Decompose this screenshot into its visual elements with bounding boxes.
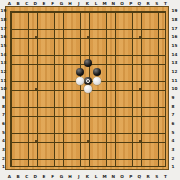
white-stone-L11 (93, 77, 101, 85)
column-label-T: T (164, 174, 167, 179)
column-label-P: P (129, 1, 132, 6)
row-label-10: 10 (172, 86, 177, 91)
column-label-E: E (43, 1, 46, 6)
row-label-19: 19 (172, 8, 177, 13)
row-label-4: 4 (172, 138, 177, 143)
column-label-M: M (103, 174, 107, 179)
row-label-8: 8 (172, 103, 177, 108)
go-board-screenshot: ABCDEFGHJKLMNOPQRST ABCDEFGHJKLMNOPQRST … (0, 0, 180, 180)
column-label-Q: Q (138, 1, 142, 6)
column-label-A: A (8, 174, 11, 179)
row-label-15: 15 (1, 43, 6, 48)
column-label-P: P (129, 174, 132, 179)
row-label-16: 16 (172, 34, 177, 39)
column-label-N: N (112, 174, 116, 179)
column-label-T: T (164, 1, 167, 6)
row-label-8: 8 (1, 103, 6, 108)
row-label-15: 15 (172, 43, 177, 48)
row-label-7: 7 (172, 112, 177, 117)
row-label-18: 18 (172, 17, 177, 22)
row-label-10: 10 (1, 86, 6, 91)
row-label-9: 9 (1, 95, 6, 100)
column-label-F: F (51, 174, 54, 179)
row-label-2: 2 (1, 155, 6, 160)
row-label-6: 6 (1, 121, 6, 126)
column-label-G: G (60, 174, 63, 179)
column-label-Q: Q (138, 174, 142, 179)
row-label-12: 12 (172, 69, 177, 74)
black-stone-K11 (84, 77, 92, 85)
column-label-B: B (16, 174, 19, 179)
row-label-11: 11 (172, 77, 177, 82)
row-label-1: 1 (172, 164, 177, 169)
row-label-1: 1 (1, 164, 6, 169)
column-label-C: C (25, 1, 28, 6)
column-label-S: S (155, 174, 158, 179)
row-label-9: 9 (172, 95, 177, 100)
column-label-F: F (51, 1, 54, 6)
row-label-3: 3 (1, 147, 6, 152)
row-label-16: 16 (1, 34, 6, 39)
column-label-L: L (95, 1, 98, 6)
column-label-L: L (95, 174, 98, 179)
column-label-J: J (78, 174, 80, 179)
black-stone-J12 (76, 68, 84, 76)
column-label-D: D (34, 1, 37, 6)
column-label-C: C (25, 174, 28, 179)
last-move-marker (86, 79, 90, 83)
column-label-N: N (112, 1, 116, 6)
row-label-6: 6 (172, 121, 177, 126)
column-label-B: B (16, 1, 19, 6)
column-label-A: A (8, 1, 11, 6)
column-label-G: G (60, 1, 63, 6)
row-label-12: 12 (1, 69, 6, 74)
row-label-2: 2 (172, 155, 177, 160)
column-label-D: D (34, 174, 37, 179)
column-label-E: E (43, 174, 46, 179)
row-label-5: 5 (172, 129, 177, 134)
row-label-11: 11 (1, 77, 6, 82)
column-label-O: O (120, 174, 124, 179)
column-label-S: S (155, 1, 158, 6)
row-label-4: 4 (1, 138, 6, 143)
go-board[interactable] (5, 6, 169, 170)
row-label-7: 7 (1, 112, 6, 117)
column-label-H: H (68, 1, 72, 6)
column-label-K: K (86, 1, 89, 6)
column-label-M: M (103, 1, 107, 6)
column-label-R: R (146, 174, 149, 179)
row-label-5: 5 (1, 129, 6, 134)
column-label-H: H (68, 174, 72, 179)
black-stone-L12 (93, 68, 101, 76)
column-label-R: R (146, 1, 149, 6)
row-label-17: 17 (172, 25, 177, 30)
column-label-K: K (86, 174, 89, 179)
row-label-13: 13 (172, 60, 177, 65)
row-label-14: 14 (1, 51, 6, 56)
row-label-19: 19 (1, 8, 6, 13)
row-label-18: 18 (1, 17, 6, 22)
row-label-17: 17 (1, 25, 6, 30)
row-label-14: 14 (172, 51, 177, 56)
column-label-J: J (78, 1, 80, 6)
row-label-3: 3 (172, 147, 177, 152)
white-stone-J11 (76, 77, 84, 85)
column-label-O: O (120, 1, 124, 6)
row-label-13: 13 (1, 60, 6, 65)
